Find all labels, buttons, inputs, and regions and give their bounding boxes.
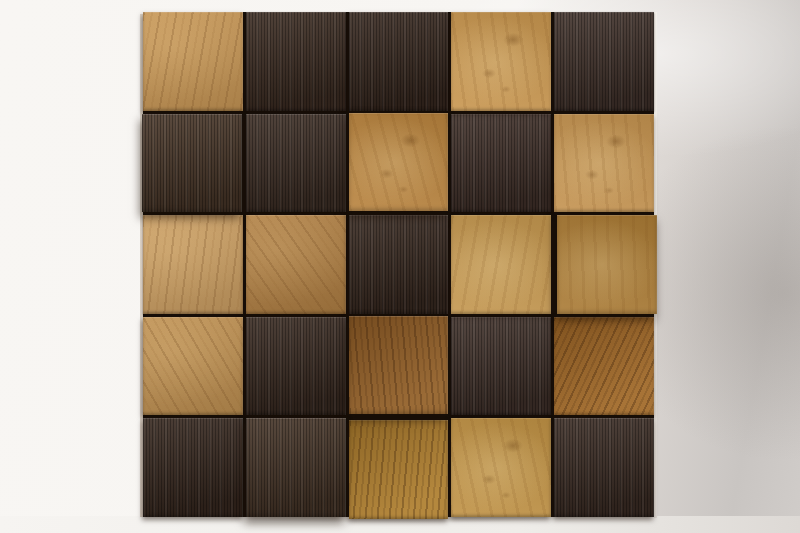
tile-r3c1-L xyxy=(143,215,243,314)
tile-r2c2-D xyxy=(246,114,346,213)
tile-r4c1-L xyxy=(143,317,243,416)
tile-r5c5-D xyxy=(554,418,654,517)
tile-r1c2-D xyxy=(246,12,346,111)
tile-r3c4-L xyxy=(451,215,551,314)
tile-r2c5-L xyxy=(554,114,654,213)
tile-r5c3-M xyxy=(349,420,449,519)
tile-r4c3-M xyxy=(349,316,449,415)
tile-r4c4-D xyxy=(451,317,551,416)
tile-r2c4-D xyxy=(451,114,551,213)
tile-r1c4-L xyxy=(451,12,551,111)
mosaic-board xyxy=(143,12,654,517)
tile-r1c1-L xyxy=(143,12,243,111)
tile-r5c1-D xyxy=(143,418,243,517)
tile-r1c5-D xyxy=(554,12,654,111)
tile-r4c5-M xyxy=(554,317,654,416)
tile-r3c2-M xyxy=(246,215,346,314)
tile-r2c1-D xyxy=(142,114,242,213)
tile-r1c3-D xyxy=(349,12,449,111)
tile-r3c3-D xyxy=(349,215,449,314)
tile-r2c3-L xyxy=(349,113,449,212)
tile-r5c2-D xyxy=(246,418,346,517)
tile-r4c2-D xyxy=(246,317,346,416)
tile-r5c4-L xyxy=(451,418,551,517)
photo-backdrop xyxy=(0,0,800,533)
tile-r3c5-M xyxy=(557,215,657,314)
